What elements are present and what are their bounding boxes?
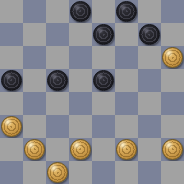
square-e3[interactable] <box>92 115 115 138</box>
square-b8[interactable] <box>23 0 46 23</box>
square-a2[interactable] <box>0 138 23 161</box>
dark-piece-g7[interactable] <box>139 24 160 45</box>
dark-piece-d8[interactable] <box>70 1 91 22</box>
square-c3[interactable] <box>46 115 69 138</box>
square-e4[interactable] <box>92 92 115 115</box>
square-f8[interactable] <box>115 0 138 23</box>
square-h6[interactable] <box>161 46 184 69</box>
square-a6[interactable] <box>0 46 23 69</box>
square-e6[interactable] <box>92 46 115 69</box>
dark-piece-f8[interactable] <box>116 1 137 22</box>
square-e8[interactable] <box>92 0 115 23</box>
square-f4[interactable] <box>115 92 138 115</box>
square-h5[interactable] <box>161 69 184 92</box>
square-d7[interactable] <box>69 23 92 46</box>
square-e7[interactable] <box>92 23 115 46</box>
square-g1[interactable] <box>138 161 161 184</box>
square-f3[interactable] <box>115 115 138 138</box>
square-b1[interactable] <box>23 161 46 184</box>
square-c6[interactable] <box>46 46 69 69</box>
square-b4[interactable] <box>23 92 46 115</box>
square-b7[interactable] <box>23 23 46 46</box>
dark-piece-a5[interactable] <box>1 70 22 91</box>
square-c7[interactable] <box>46 23 69 46</box>
square-g8[interactable] <box>138 0 161 23</box>
gold-piece-f2[interactable] <box>116 139 137 160</box>
square-h3[interactable] <box>161 115 184 138</box>
square-b6[interactable] <box>23 46 46 69</box>
square-g3[interactable] <box>138 115 161 138</box>
square-c8[interactable] <box>46 0 69 23</box>
square-g6[interactable] <box>138 46 161 69</box>
square-h2[interactable] <box>161 138 184 161</box>
square-d4[interactable] <box>69 92 92 115</box>
square-h4[interactable] <box>161 92 184 115</box>
square-d5[interactable] <box>69 69 92 92</box>
square-e5[interactable] <box>92 69 115 92</box>
square-h7[interactable] <box>161 23 184 46</box>
square-f7[interactable] <box>115 23 138 46</box>
square-d6[interactable] <box>69 46 92 69</box>
gold-piece-h6[interactable] <box>162 47 183 68</box>
gold-piece-a3[interactable] <box>1 116 22 137</box>
square-c1[interactable] <box>46 161 69 184</box>
square-a1[interactable] <box>0 161 23 184</box>
dark-piece-e7[interactable] <box>93 24 114 45</box>
square-d1[interactable] <box>69 161 92 184</box>
checkers-board <box>0 0 184 184</box>
square-b2[interactable] <box>23 138 46 161</box>
gold-piece-b2[interactable] <box>24 139 45 160</box>
square-d3[interactable] <box>69 115 92 138</box>
square-a4[interactable] <box>0 92 23 115</box>
square-a5[interactable] <box>0 69 23 92</box>
gold-piece-h2[interactable] <box>162 139 183 160</box>
square-h8[interactable] <box>161 0 184 23</box>
square-h1[interactable] <box>161 161 184 184</box>
dark-piece-e5[interactable] <box>93 70 114 91</box>
square-f1[interactable] <box>115 161 138 184</box>
square-g2[interactable] <box>138 138 161 161</box>
square-d8[interactable] <box>69 0 92 23</box>
square-e2[interactable] <box>92 138 115 161</box>
dark-piece-c5[interactable] <box>47 70 68 91</box>
square-a7[interactable] <box>0 23 23 46</box>
square-e1[interactable] <box>92 161 115 184</box>
square-f5[interactable] <box>115 69 138 92</box>
gold-piece-c1[interactable] <box>47 162 68 183</box>
square-c5[interactable] <box>46 69 69 92</box>
square-b3[interactable] <box>23 115 46 138</box>
square-g4[interactable] <box>138 92 161 115</box>
square-c4[interactable] <box>46 92 69 115</box>
square-a3[interactable] <box>0 115 23 138</box>
square-f2[interactable] <box>115 138 138 161</box>
square-f6[interactable] <box>115 46 138 69</box>
square-g7[interactable] <box>138 23 161 46</box>
square-b5[interactable] <box>23 69 46 92</box>
square-g5[interactable] <box>138 69 161 92</box>
square-d2[interactable] <box>69 138 92 161</box>
gold-piece-d2[interactable] <box>70 139 91 160</box>
square-c2[interactable] <box>46 138 69 161</box>
square-a8[interactable] <box>0 0 23 23</box>
